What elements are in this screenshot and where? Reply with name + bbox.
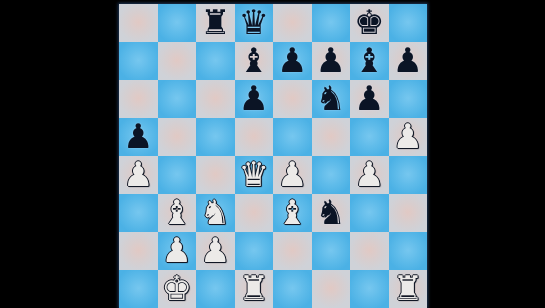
square-e6[interactable]	[273, 80, 312, 118]
square-e7[interactable]: ♟	[273, 42, 312, 80]
square-e1[interactable]	[273, 270, 312, 308]
piece-white-rook: ♜	[239, 269, 269, 307]
square-d7[interactable]: ♝	[235, 42, 274, 80]
square-g7[interactable]: ♝	[350, 42, 389, 80]
piece-black-knight: ♞	[316, 79, 346, 117]
square-f5[interactable]	[312, 118, 351, 156]
piece-black-bishop: ♝	[239, 41, 269, 79]
square-h2[interactable]	[389, 232, 428, 270]
square-g6[interactable]: ♟	[350, 80, 389, 118]
square-f7[interactable]: ♟	[312, 42, 351, 80]
square-g3[interactable]	[350, 194, 389, 232]
square-c7[interactable]	[196, 42, 235, 80]
square-f1[interactable]	[312, 270, 351, 308]
square-b5[interactable]	[158, 118, 197, 156]
square-g5[interactable]	[350, 118, 389, 156]
square-c3[interactable]: ♞	[196, 194, 235, 232]
square-a6[interactable]	[119, 80, 158, 118]
square-g4[interactable]: ♟	[350, 156, 389, 194]
piece-white-bishop: ♝	[277, 193, 307, 231]
square-d6[interactable]: ♟	[235, 80, 274, 118]
square-a1[interactable]	[119, 270, 158, 308]
piece-white-pawn: ♟	[162, 231, 192, 269]
square-e5[interactable]	[273, 118, 312, 156]
piece-black-pawn: ♟	[277, 41, 307, 79]
square-a2[interactable]	[119, 232, 158, 270]
square-d1[interactable]: ♜	[235, 270, 274, 308]
square-e3[interactable]: ♝	[273, 194, 312, 232]
piece-black-pawn: ♟	[316, 41, 346, 79]
square-h3[interactable]	[389, 194, 428, 232]
piece-white-pawn: ♟	[123, 155, 153, 193]
video-frame: ♜♛♚♝♟♟♝♟♟♞♟♟♟♟♛♟♟♝♞♝♞♟♟♚♜♜	[0, 0, 545, 308]
square-f8[interactable]	[312, 4, 351, 42]
square-a5[interactable]: ♟	[119, 118, 158, 156]
square-f4[interactable]	[312, 156, 351, 194]
square-d4[interactable]: ♛	[235, 156, 274, 194]
square-b8[interactable]	[158, 4, 197, 42]
square-c2[interactable]: ♟	[196, 232, 235, 270]
piece-white-pawn: ♟	[200, 231, 230, 269]
piece-black-queen: ♛	[239, 3, 269, 41]
square-b7[interactable]	[158, 42, 197, 80]
square-b2[interactable]: ♟	[158, 232, 197, 270]
square-d3[interactable]	[235, 194, 274, 232]
square-b3[interactable]: ♝	[158, 194, 197, 232]
square-f3[interactable]: ♞	[312, 194, 351, 232]
piece-white-pawn: ♟	[393, 117, 423, 155]
piece-black-knight: ♞	[316, 193, 346, 231]
square-e2[interactable]	[273, 232, 312, 270]
square-f2[interactable]	[312, 232, 351, 270]
square-c1[interactable]	[196, 270, 235, 308]
square-c4[interactable]	[196, 156, 235, 194]
square-c6[interactable]	[196, 80, 235, 118]
square-d2[interactable]	[235, 232, 274, 270]
piece-white-queen: ♛	[239, 155, 269, 193]
square-b6[interactable]	[158, 80, 197, 118]
square-g2[interactable]	[350, 232, 389, 270]
piece-white-knight: ♞	[200, 193, 230, 231]
square-b1[interactable]: ♚	[158, 270, 197, 308]
square-h8[interactable]	[389, 4, 428, 42]
square-h5[interactable]: ♟	[389, 118, 428, 156]
piece-white-pawn: ♟	[277, 155, 307, 193]
piece-black-pawn: ♟	[393, 41, 423, 79]
square-b4[interactable]	[158, 156, 197, 194]
piece-black-bishop: ♝	[354, 41, 384, 79]
square-h7[interactable]: ♟	[389, 42, 428, 80]
square-h6[interactable]	[389, 80, 428, 118]
piece-black-pawn: ♟	[239, 79, 269, 117]
square-g1[interactable]	[350, 270, 389, 308]
square-a4[interactable]: ♟	[119, 156, 158, 194]
square-h4[interactable]	[389, 156, 428, 194]
piece-white-rook: ♜	[393, 269, 423, 307]
piece-white-pawn: ♟	[354, 155, 384, 193]
square-d8[interactable]: ♛	[235, 4, 274, 42]
square-d5[interactable]	[235, 118, 274, 156]
square-a7[interactable]	[119, 42, 158, 80]
square-e4[interactable]: ♟	[273, 156, 312, 194]
square-a8[interactable]	[119, 4, 158, 42]
piece-black-king: ♚	[354, 3, 384, 41]
square-g8[interactable]: ♚	[350, 4, 389, 42]
square-a3[interactable]	[119, 194, 158, 232]
square-c5[interactable]	[196, 118, 235, 156]
piece-black-pawn: ♟	[354, 79, 384, 117]
piece-white-bishop: ♝	[162, 193, 192, 231]
piece-black-rook: ♜	[200, 3, 230, 41]
square-e8[interactable]	[273, 4, 312, 42]
square-h1[interactable]: ♜	[389, 270, 428, 308]
piece-black-pawn: ♟	[123, 117, 153, 155]
square-c8[interactable]: ♜	[196, 4, 235, 42]
square-f6[interactable]: ♞	[312, 80, 351, 118]
chess-board: ♜♛♚♝♟♟♝♟♟♞♟♟♟♟♛♟♟♝♞♝♞♟♟♚♜♜	[119, 4, 427, 308]
piece-white-king: ♚	[162, 269, 192, 307]
